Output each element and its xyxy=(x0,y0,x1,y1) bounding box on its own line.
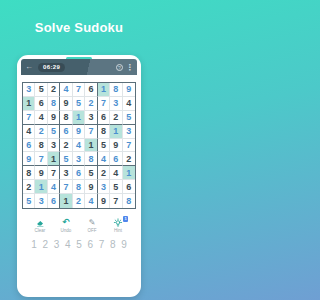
cell-r8c4[interactable]: 7 xyxy=(60,180,72,194)
app-bar: ← 06:29 ? ⋮ xyxy=(21,59,137,75)
notes-toggle-button[interactable]: ✎ OFF xyxy=(83,218,101,233)
cell-r9c9[interactable]: 8 xyxy=(123,194,135,208)
cell-r4c1[interactable]: 4 xyxy=(23,125,35,139)
numpad-key-5[interactable]: 5 xyxy=(74,239,84,250)
cell-r4c9[interactable]: 3 xyxy=(123,125,135,139)
cell-r8c7[interactable]: 3 xyxy=(98,180,110,194)
cell-r4c4[interactable]: 6 xyxy=(60,125,72,139)
cell-r3c6[interactable]: 3 xyxy=(85,111,97,125)
cell-r2c5[interactable]: 5 xyxy=(73,97,85,111)
overflow-menu-icon[interactable]: ⋮ xyxy=(126,63,134,72)
cell-r7c4[interactable]: 3 xyxy=(60,166,72,180)
cell-r3c8[interactable]: 2 xyxy=(110,111,122,125)
cell-r1c6[interactable]: 6 xyxy=(85,83,97,97)
clear-label: Clear xyxy=(35,228,46,233)
hint-label: Hint xyxy=(114,228,122,233)
cell-r1c7[interactable]: 1 xyxy=(98,83,110,97)
cell-r6c2[interactable]: 7 xyxy=(35,152,47,166)
cell-r3c4[interactable]: 8 xyxy=(60,111,72,125)
cell-r6c5[interactable]: 3 xyxy=(73,152,85,166)
cell-r3c5[interactable]: 1 xyxy=(73,111,85,125)
cell-r2c2[interactable]: 6 xyxy=(35,97,47,111)
numpad-key-3[interactable]: 3 xyxy=(52,239,62,250)
phone-frame: ← 06:29 ? ⋮ 3524761891689527347498136254… xyxy=(17,55,141,297)
cell-r2c9[interactable]: 4 xyxy=(123,97,135,111)
cell-r8c8[interactable]: 5 xyxy=(110,180,122,194)
cell-r5c5[interactable]: 4 xyxy=(73,139,85,153)
numpad-key-9[interactable]: 9 xyxy=(119,239,129,250)
cell-r2c1[interactable]: 1 xyxy=(23,97,35,111)
numpad-key-2[interactable]: 2 xyxy=(40,239,50,250)
cell-r9c2[interactable]: 3 xyxy=(35,194,47,208)
numpad-key-1[interactable]: 1 xyxy=(29,239,39,250)
cell-r3c9[interactable]: 5 xyxy=(123,111,135,125)
cell-r8c5[interactable]: 8 xyxy=(73,180,85,194)
timer-display: 06:29 xyxy=(38,63,65,72)
cell-r1c2[interactable]: 5 xyxy=(35,83,47,97)
back-arrow-icon[interactable]: ← xyxy=(25,59,33,75)
cell-r7c7[interactable]: 2 xyxy=(98,166,110,180)
clear-button[interactable]: Clear xyxy=(31,218,49,233)
cell-r5c9[interactable]: 7 xyxy=(123,139,135,153)
cell-r7c6[interactable]: 5 xyxy=(85,166,97,180)
app-store-screenshot: { "game": "sudoku", "position": "3524761… xyxy=(0,0,158,300)
cell-r8c1[interactable]: 2 xyxy=(23,180,35,194)
page-title: Solve Sudoku xyxy=(0,20,158,35)
cell-r3c7[interactable]: 6 xyxy=(98,111,110,125)
undo-button[interactable]: ↶ Undo xyxy=(57,218,75,233)
cell-r9c3[interactable]: 6 xyxy=(48,194,60,208)
cell-r2c8[interactable]: 3 xyxy=(110,97,122,111)
cell-r1c9[interactable]: 9 xyxy=(123,83,135,97)
numpad-key-8[interactable]: 8 xyxy=(108,239,118,250)
cell-r7c1[interactable]: 8 xyxy=(23,166,35,180)
cell-r4c3[interactable]: 5 xyxy=(48,125,60,139)
numpad-key-6[interactable]: 6 xyxy=(85,239,95,250)
cell-r4c5[interactable]: 9 xyxy=(73,125,85,139)
cell-r4c8[interactable]: 1 xyxy=(110,125,122,139)
cell-r6c9[interactable]: 2 xyxy=(123,152,135,166)
cell-r7c9[interactable]: 1 xyxy=(123,166,135,180)
cell-r7c8[interactable]: 4 xyxy=(110,166,122,180)
toolbar: Clear ↶ Undo ✎ OFF xyxy=(21,218,137,233)
cell-r8c2[interactable]: 1 xyxy=(35,180,47,194)
cell-r1c3[interactable]: 2 xyxy=(48,83,60,97)
pencil-icon: ✎ xyxy=(89,218,96,227)
cell-r2c6[interactable]: 2 xyxy=(85,97,97,111)
numpad-key-7[interactable]: 7 xyxy=(97,239,107,250)
cell-r6c1[interactable]: 9 xyxy=(23,152,35,166)
cell-r3c3[interactable]: 9 xyxy=(48,111,60,125)
cell-r2c4[interactable]: 9 xyxy=(60,97,72,111)
undo-label: Undo xyxy=(61,228,72,233)
cell-r8c3[interactable]: 4 xyxy=(48,180,60,194)
cell-r7c5[interactable]: 6 xyxy=(73,166,85,180)
cell-r9c1[interactable]: 5 xyxy=(23,194,35,208)
cell-r3c1[interactable]: 7 xyxy=(23,111,35,125)
hint-button[interactable]: 1 Hint xyxy=(109,218,127,233)
cell-r9c6[interactable]: 4 xyxy=(85,194,97,208)
cell-r9c4[interactable]: 1 xyxy=(60,194,72,208)
cell-r3c2[interactable]: 4 xyxy=(35,111,47,125)
cell-r6c7[interactable]: 4 xyxy=(98,152,110,166)
cell-r1c8[interactable]: 8 xyxy=(110,83,122,97)
cell-r5c7[interactable]: 5 xyxy=(98,139,110,153)
cell-r9c5[interactable]: 2 xyxy=(73,194,85,208)
cell-r4c2[interactable]: 2 xyxy=(35,125,47,139)
cell-r1c5[interactable]: 7 xyxy=(73,83,85,97)
cell-r6c8[interactable]: 6 xyxy=(110,152,122,166)
undo-icon: ↶ xyxy=(62,218,70,227)
cell-r2c7[interactable]: 7 xyxy=(98,97,110,111)
cell-r6c3[interactable]: 1 xyxy=(48,152,60,166)
cell-r6c6[interactable]: 8 xyxy=(85,152,97,166)
eraser-icon xyxy=(36,218,45,227)
cell-r4c6[interactable]: 7 xyxy=(85,125,97,139)
cell-r5c3[interactable]: 3 xyxy=(48,139,60,153)
cell-r5c8[interactable]: 9 xyxy=(110,139,122,153)
cell-r9c8[interactable]: 7 xyxy=(110,194,122,208)
cell-r8c9[interactable]: 6 xyxy=(123,180,135,194)
cell-r2c3[interactable]: 8 xyxy=(48,97,60,111)
cell-r1c4[interactable]: 4 xyxy=(60,83,72,97)
notes-label: OFF xyxy=(88,228,97,233)
cell-r5c2[interactable]: 8 xyxy=(35,139,47,153)
cell-r1c1[interactable]: 3 xyxy=(23,83,35,97)
cell-r9c7[interactable]: 9 xyxy=(98,194,110,208)
cell-r5c4[interactable]: 2 xyxy=(60,139,72,153)
numpad-key-4[interactable]: 4 xyxy=(63,239,73,250)
cell-r5c1[interactable]: 6 xyxy=(23,139,35,153)
phone-screen: ← 06:29 ? ⋮ 3524761891689527347498136254… xyxy=(21,59,137,293)
lightbulb-icon xyxy=(113,218,123,227)
cell-r6c4[interactable]: 5 xyxy=(60,152,72,166)
cell-r7c2[interactable]: 9 xyxy=(35,166,47,180)
sudoku-grid: 3524761891689527347498136254256978136832… xyxy=(22,82,136,209)
help-icon[interactable]: ? xyxy=(116,64,123,71)
cell-r5c6[interactable]: 1 xyxy=(85,139,97,153)
hint-badge: 1 xyxy=(123,216,128,222)
numpad: 123456789 xyxy=(21,239,137,250)
cell-r8c6[interactable]: 9 xyxy=(85,180,97,194)
cell-r7c3[interactable]: 7 xyxy=(48,166,60,180)
cell-r4c7[interactable]: 8 xyxy=(98,125,110,139)
